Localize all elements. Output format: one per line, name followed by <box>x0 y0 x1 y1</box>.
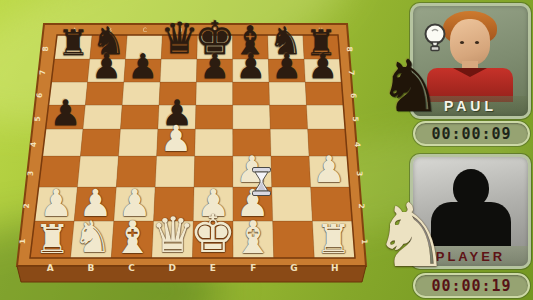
hourglass-thinking-icon <box>251 167 272 196</box>
piece-black-pawn-c7[interactable]: ♟ <box>127 49 158 83</box>
piece-white-pawn-h3[interactable]: ♟ <box>313 152 346 189</box>
piece-black-pawn-f7[interactable]: ♟ <box>235 49 266 83</box>
white-side-knight-icon: ♞ <box>372 192 451 280</box>
piece-white-bishop-c1[interactable]: ♝ <box>112 215 152 260</box>
rank-label-right-8: 8 <box>345 46 354 51</box>
piece-black-pawn-g7[interactable]: ♟ <box>271 49 302 83</box>
rank-label-left-5: 5 <box>33 116 42 121</box>
rank-label-right-3: 3 <box>355 171 364 176</box>
piece-black-queen-d8[interactable]: ♛ <box>160 17 199 60</box>
square-g5[interactable] <box>270 105 308 129</box>
square-h5[interactable] <box>306 105 345 129</box>
piece-black-pawn-e7[interactable]: ♟ <box>199 49 230 83</box>
square-d3[interactable] <box>155 156 195 187</box>
file-label-B: B <box>88 263 95 273</box>
chess-board-area: AABBCCDDEEFFGGHH1122334455667788 ♜♞♛♚♝♞♜… <box>0 0 400 300</box>
piece-black-pawn-b7[interactable]: ♟ <box>91 49 122 83</box>
rank-label-right-1: 1 <box>360 239 369 244</box>
black-side-knight-icon: ♞ <box>378 50 443 122</box>
square-e4[interactable] <box>195 129 233 156</box>
square-a4[interactable] <box>42 129 83 156</box>
piece-white-king-e1[interactable]: ♚ <box>190 208 237 260</box>
piece-black-pawn-a5[interactable]: ♟ <box>50 95 82 130</box>
piece-white-rook-h1[interactable]: ♜ <box>315 219 351 259</box>
piece-white-queen-d1[interactable]: ♛ <box>151 211 195 260</box>
square-f5[interactable] <box>233 105 270 129</box>
piece-white-pawn-d4[interactable]: ♟ <box>160 121 192 157</box>
square-e5[interactable] <box>195 105 232 129</box>
file-label-A: A <box>47 263 54 273</box>
piece-white-rook-a1[interactable]: ♜ <box>34 219 70 259</box>
light-bulb-icon <box>421 22 449 60</box>
piece-black-pawn-h7[interactable]: ♟ <box>307 49 338 83</box>
piece-white-bishop-f1[interactable]: ♝ <box>233 215 273 260</box>
square-g4[interactable] <box>270 129 309 156</box>
board-front-edge <box>17 266 366 282</box>
rank-label-left-3: 3 <box>26 171 35 176</box>
rank-label-left-2: 2 <box>22 203 31 208</box>
rank-label-right-7: 7 <box>347 70 356 75</box>
square-c5[interactable] <box>121 105 160 129</box>
rank-label-right-2: 2 <box>357 203 366 208</box>
file-label-D: D <box>168 263 175 273</box>
piece-white-knight-b1[interactable]: ♞ <box>73 216 112 259</box>
portrait-face <box>450 19 490 65</box>
square-b5[interactable] <box>83 105 122 129</box>
rank-label-left-6: 6 <box>35 93 44 98</box>
square-g3[interactable] <box>271 156 311 187</box>
file-label-E: E <box>210 263 216 273</box>
rank-label-left-1: 1 <box>18 239 27 244</box>
square-g1[interactable] <box>273 221 315 258</box>
file-label-top-C: C <box>143 26 147 33</box>
game-screen: AABBCCDDEEFFGGHH1122334455667788 ♜♞♛♚♝♞♜… <box>0 0 533 300</box>
file-label-G: G <box>290 263 297 273</box>
square-c4[interactable] <box>119 129 158 156</box>
rank-label-left-4: 4 <box>29 142 38 147</box>
rank-label-right-6: 6 <box>349 93 358 98</box>
file-label-C: C <box>128 263 135 273</box>
rank-label-right-4: 4 <box>353 142 362 147</box>
square-b4[interactable] <box>80 129 120 156</box>
rank-label-left-7: 7 <box>38 70 47 75</box>
square-g2[interactable] <box>272 187 313 221</box>
file-label-F: F <box>250 263 256 273</box>
rank-label-left-8: 8 <box>41 46 50 51</box>
file-label-H: H <box>331 263 339 273</box>
rank-label-right-5: 5 <box>351 116 360 121</box>
piece-black-rook-a8[interactable]: ♜ <box>57 25 89 60</box>
